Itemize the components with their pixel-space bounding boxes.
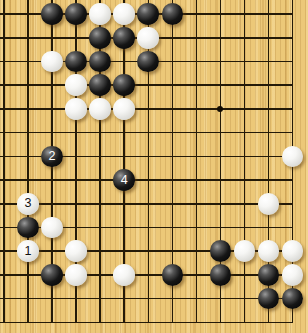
intersection-G7[interactable] xyxy=(0,168,16,192)
intersection-L7[interactable] xyxy=(88,168,112,192)
intersection-O11[interactable] xyxy=(160,73,184,97)
intersection-P9[interactable] xyxy=(184,121,208,145)
stone-white-L10 xyxy=(89,98,111,120)
move-number-2: 2 xyxy=(41,146,63,168)
intersection-G4[interactable] xyxy=(0,239,16,263)
intersection-Q1[interactable] xyxy=(208,310,232,333)
intersection-L1[interactable] xyxy=(88,310,112,333)
stone-black-J14 xyxy=(41,3,63,25)
intersection-T10[interactable] xyxy=(281,97,305,121)
intersection-R2[interactable] xyxy=(232,287,256,311)
intersection-N1[interactable] xyxy=(136,310,160,333)
intersection-P4[interactable] xyxy=(184,239,208,263)
stone-white-M10 xyxy=(113,98,135,120)
intersection-L2[interactable] xyxy=(88,287,112,311)
intersection-H14[interactable] xyxy=(16,2,40,26)
stone-black-L13 xyxy=(89,27,111,49)
intersection-Q9[interactable] xyxy=(208,121,232,145)
intersection-T11[interactable] xyxy=(281,73,305,97)
intersection-L8[interactable] xyxy=(88,144,112,168)
intersection-O3[interactable] xyxy=(160,263,184,287)
intersection-R4[interactable] xyxy=(232,239,256,263)
stone-white-J12 xyxy=(41,51,63,73)
intersection-H11[interactable] xyxy=(16,73,40,97)
intersection-H2[interactable] xyxy=(16,287,40,311)
intersection-G6[interactable] xyxy=(0,192,16,216)
intersection-O12[interactable] xyxy=(160,50,184,74)
stones-grid: 2431 xyxy=(0,2,305,333)
intersection-J11[interactable] xyxy=(40,73,64,97)
intersection-L3[interactable] xyxy=(88,263,112,287)
intersection-S7[interactable] xyxy=(257,168,281,192)
intersection-J9[interactable] xyxy=(40,121,64,145)
intersection-J14[interactable] xyxy=(40,2,64,26)
intersection-M9[interactable] xyxy=(112,121,136,145)
stone-white-J5 xyxy=(41,217,63,239)
intersection-P2[interactable] xyxy=(184,287,208,311)
intersection-S11[interactable] xyxy=(257,73,281,97)
intersection-N7[interactable] xyxy=(136,168,160,192)
intersection-T9[interactable] xyxy=(281,121,305,145)
intersection-G5[interactable] xyxy=(0,216,16,240)
intersection-L13[interactable] xyxy=(88,26,112,50)
intersection-R12[interactable] xyxy=(232,50,256,74)
intersection-J2[interactable] xyxy=(40,287,64,311)
stone-black-M7: 4 xyxy=(113,169,135,191)
intersection-M14[interactable] xyxy=(112,2,136,26)
intersection-G10[interactable] xyxy=(0,97,16,121)
intersection-N10[interactable] xyxy=(136,97,160,121)
intersection-O13[interactable] xyxy=(160,26,184,50)
intersection-L9[interactable] xyxy=(88,121,112,145)
stone-white-T4 xyxy=(282,240,304,262)
intersection-T5[interactable] xyxy=(281,216,305,240)
intersection-O14[interactable] xyxy=(160,2,184,26)
intersection-S13[interactable] xyxy=(257,26,281,50)
stone-black-S2 xyxy=(258,288,280,310)
intersection-K9[interactable] xyxy=(64,121,88,145)
stone-white-T8 xyxy=(282,146,304,168)
intersection-Q3[interactable] xyxy=(208,263,232,287)
intersection-R10[interactable] xyxy=(232,97,256,121)
intersection-L5[interactable] xyxy=(88,216,112,240)
move-number-4: 4 xyxy=(113,169,135,191)
intersection-S10[interactable] xyxy=(257,97,281,121)
stone-white-M3 xyxy=(113,264,135,286)
intersection-K3[interactable] xyxy=(64,263,88,287)
intersection-P13[interactable] xyxy=(184,26,208,50)
intersection-J10[interactable] xyxy=(40,97,64,121)
intersection-S12[interactable] xyxy=(257,50,281,74)
intersection-H3[interactable] xyxy=(16,263,40,287)
intersection-J8[interactable]: 2 xyxy=(40,144,64,168)
intersection-Q7[interactable] xyxy=(208,168,232,192)
stone-black-S3 xyxy=(258,264,280,286)
intersection-N3[interactable] xyxy=(136,263,160,287)
move-number-3: 3 xyxy=(17,193,39,215)
stone-white-R4 xyxy=(234,240,256,262)
stone-white-M14 xyxy=(113,3,135,25)
intersection-P11[interactable] xyxy=(184,73,208,97)
stone-black-N14 xyxy=(137,3,159,25)
stone-white-N13 xyxy=(137,27,159,49)
stone-white-K10 xyxy=(65,98,87,120)
intersection-H8[interactable] xyxy=(16,144,40,168)
intersection-Q4[interactable] xyxy=(208,239,232,263)
intersection-O9[interactable] xyxy=(160,121,184,145)
intersection-J6[interactable] xyxy=(40,192,64,216)
intersection-H6[interactable]: 3 xyxy=(16,192,40,216)
intersection-K5[interactable] xyxy=(64,216,88,240)
intersection-N13[interactable] xyxy=(136,26,160,50)
intersection-K1[interactable] xyxy=(64,310,88,333)
intersection-K10[interactable] xyxy=(64,97,88,121)
intersection-L11[interactable] xyxy=(88,73,112,97)
intersection-T13[interactable] xyxy=(281,26,305,50)
intersection-N9[interactable] xyxy=(136,121,160,145)
intersection-N8[interactable] xyxy=(136,144,160,168)
intersection-R3[interactable] xyxy=(232,263,256,287)
intersection-G14[interactable] xyxy=(0,2,16,26)
intersection-P6[interactable] xyxy=(184,192,208,216)
intersection-G13[interactable] xyxy=(0,26,16,50)
intersection-H1[interactable] xyxy=(16,310,40,333)
intersection-J1[interactable] xyxy=(40,310,64,333)
intersection-H12[interactable] xyxy=(16,50,40,74)
intersection-M13[interactable] xyxy=(112,26,136,50)
intersection-M5[interactable] xyxy=(112,216,136,240)
intersection-P1[interactable] xyxy=(184,310,208,333)
intersection-M4[interactable] xyxy=(112,239,136,263)
stone-black-O14 xyxy=(162,3,184,25)
intersection-G11[interactable] xyxy=(0,73,16,97)
intersection-S2[interactable] xyxy=(257,287,281,311)
intersection-K11[interactable] xyxy=(64,73,88,97)
intersection-Q2[interactable] xyxy=(208,287,232,311)
intersection-R8[interactable] xyxy=(232,144,256,168)
intersection-Q13[interactable] xyxy=(208,26,232,50)
intersection-J13[interactable] xyxy=(40,26,64,50)
intersection-G3[interactable] xyxy=(0,263,16,287)
intersection-H4[interactable]: 1 xyxy=(16,239,40,263)
intersection-T14[interactable] xyxy=(281,2,305,26)
stone-black-K12 xyxy=(65,51,87,73)
intersection-R7[interactable] xyxy=(232,168,256,192)
intersection-N4[interactable] xyxy=(136,239,160,263)
stone-white-H6: 3 xyxy=(17,193,39,215)
intersection-S5[interactable] xyxy=(257,216,281,240)
intersection-S1[interactable] xyxy=(257,310,281,333)
intersection-Q12[interactable] xyxy=(208,50,232,74)
stone-white-K3 xyxy=(65,264,87,286)
stone-black-L11 xyxy=(89,74,111,96)
intersection-K2[interactable] xyxy=(64,287,88,311)
intersection-R14[interactable] xyxy=(232,2,256,26)
intersection-P8[interactable] xyxy=(184,144,208,168)
intersection-O7[interactable] xyxy=(160,168,184,192)
intersection-Q11[interactable] xyxy=(208,73,232,97)
intersection-M11[interactable] xyxy=(112,73,136,97)
intersection-P14[interactable] xyxy=(184,2,208,26)
intersection-T7[interactable] xyxy=(281,168,305,192)
stone-black-L12 xyxy=(89,51,111,73)
stone-black-J8: 2 xyxy=(41,146,63,168)
intersection-K6[interactable] xyxy=(64,192,88,216)
intersection-T6[interactable] xyxy=(281,192,305,216)
intersection-S6[interactable] xyxy=(257,192,281,216)
intersection-J12[interactable] xyxy=(40,50,64,74)
intersection-R9[interactable] xyxy=(232,121,256,145)
stone-white-S6 xyxy=(258,193,280,215)
intersection-K8[interactable] xyxy=(64,144,88,168)
stone-white-S4 xyxy=(258,240,280,262)
intersection-J5[interactable] xyxy=(40,216,64,240)
intersection-O1[interactable] xyxy=(160,310,184,333)
intersection-L6[interactable] xyxy=(88,192,112,216)
intersection-T8[interactable] xyxy=(281,144,305,168)
intersection-R1[interactable] xyxy=(232,310,256,333)
intersection-S9[interactable] xyxy=(257,121,281,145)
move-number-1: 1 xyxy=(17,240,39,262)
stone-black-J3 xyxy=(41,264,63,286)
stone-black-O3 xyxy=(162,264,184,286)
intersection-H9[interactable] xyxy=(16,121,40,145)
intersection-H10[interactable] xyxy=(16,97,40,121)
stone-black-K14 xyxy=(65,3,87,25)
intersection-M10[interactable] xyxy=(112,97,136,121)
intersection-T12[interactable] xyxy=(281,50,305,74)
intersection-Q8[interactable] xyxy=(208,144,232,168)
intersection-H7[interactable] xyxy=(16,168,40,192)
stone-black-M13 xyxy=(113,27,135,49)
intersection-K13[interactable] xyxy=(64,26,88,50)
intersection-N12[interactable] xyxy=(136,50,160,74)
intersection-P12[interactable] xyxy=(184,50,208,74)
intersection-H5[interactable] xyxy=(16,216,40,240)
intersection-G9[interactable] xyxy=(0,121,16,145)
intersection-J4[interactable] xyxy=(40,239,64,263)
stone-white-K4 xyxy=(65,240,87,262)
intersection-M3[interactable] xyxy=(112,263,136,287)
intersection-P7[interactable] xyxy=(184,168,208,192)
intersection-R11[interactable] xyxy=(232,73,256,97)
intersection-R6[interactable] xyxy=(232,192,256,216)
intersection-K7[interactable] xyxy=(64,168,88,192)
intersection-O5[interactable] xyxy=(160,216,184,240)
intersection-G1[interactable] xyxy=(0,310,16,333)
intersection-O8[interactable] xyxy=(160,144,184,168)
intersection-K14[interactable] xyxy=(64,2,88,26)
intersection-O10[interactable] xyxy=(160,97,184,121)
intersection-N5[interactable] xyxy=(136,216,160,240)
intersection-L4[interactable] xyxy=(88,239,112,263)
intersection-P5[interactable] xyxy=(184,216,208,240)
stone-black-H5 xyxy=(17,217,39,239)
intersection-G12[interactable] xyxy=(0,50,16,74)
stone-black-M11 xyxy=(113,74,135,96)
intersection-L12[interactable] xyxy=(88,50,112,74)
intersection-T4[interactable] xyxy=(281,239,305,263)
intersection-N6[interactable] xyxy=(136,192,160,216)
intersection-H13[interactable] xyxy=(16,26,40,50)
intersection-N2[interactable] xyxy=(136,287,160,311)
intersection-K4[interactable] xyxy=(64,239,88,263)
stone-white-T3 xyxy=(282,264,304,286)
intersection-K12[interactable] xyxy=(64,50,88,74)
intersection-Q5[interactable] xyxy=(208,216,232,240)
intersection-T3[interactable] xyxy=(281,263,305,287)
stone-black-N12 xyxy=(137,51,159,73)
intersection-G8[interactable] xyxy=(0,144,16,168)
intersection-N11[interactable] xyxy=(136,73,160,97)
intersection-M7[interactable]: 4 xyxy=(112,168,136,192)
intersection-L14[interactable] xyxy=(88,2,112,26)
intersection-Q10[interactable] xyxy=(208,97,232,121)
intersection-M8[interactable] xyxy=(112,144,136,168)
intersection-M6[interactable] xyxy=(112,192,136,216)
intersection-O2[interactable] xyxy=(160,287,184,311)
intersection-P3[interactable] xyxy=(184,263,208,287)
intersection-Q14[interactable] xyxy=(208,2,232,26)
intersection-T1[interactable] xyxy=(281,310,305,333)
stone-white-L14 xyxy=(89,3,111,25)
intersection-G2[interactable] xyxy=(0,287,16,311)
intersection-S4[interactable] xyxy=(257,239,281,263)
go-board[interactable]: 2431 xyxy=(0,0,308,333)
stone-white-H4: 1 xyxy=(17,240,39,262)
intersection-S3[interactable] xyxy=(257,263,281,287)
intersection-S8[interactable] xyxy=(257,144,281,168)
intersection-R13[interactable] xyxy=(232,26,256,50)
intersection-Q6[interactable] xyxy=(208,192,232,216)
intersection-J7[interactable] xyxy=(40,168,64,192)
intersection-M1[interactable] xyxy=(112,310,136,333)
intersection-S14[interactable] xyxy=(257,2,281,26)
stone-black-T2 xyxy=(282,288,304,310)
intersection-O6[interactable] xyxy=(160,192,184,216)
intersection-J3[interactable] xyxy=(40,263,64,287)
intersection-N14[interactable] xyxy=(136,2,160,26)
stone-white-K11 xyxy=(65,74,87,96)
intersection-M12[interactable] xyxy=(112,50,136,74)
intersection-T2[interactable] xyxy=(281,287,305,311)
stone-black-Q4 xyxy=(210,240,232,262)
intersection-M2[interactable] xyxy=(112,287,136,311)
intersection-P10[interactable] xyxy=(184,97,208,121)
intersection-O4[interactable] xyxy=(160,239,184,263)
stone-black-Q3 xyxy=(210,264,232,286)
intersection-R5[interactable] xyxy=(232,216,256,240)
intersection-L10[interactable] xyxy=(88,97,112,121)
